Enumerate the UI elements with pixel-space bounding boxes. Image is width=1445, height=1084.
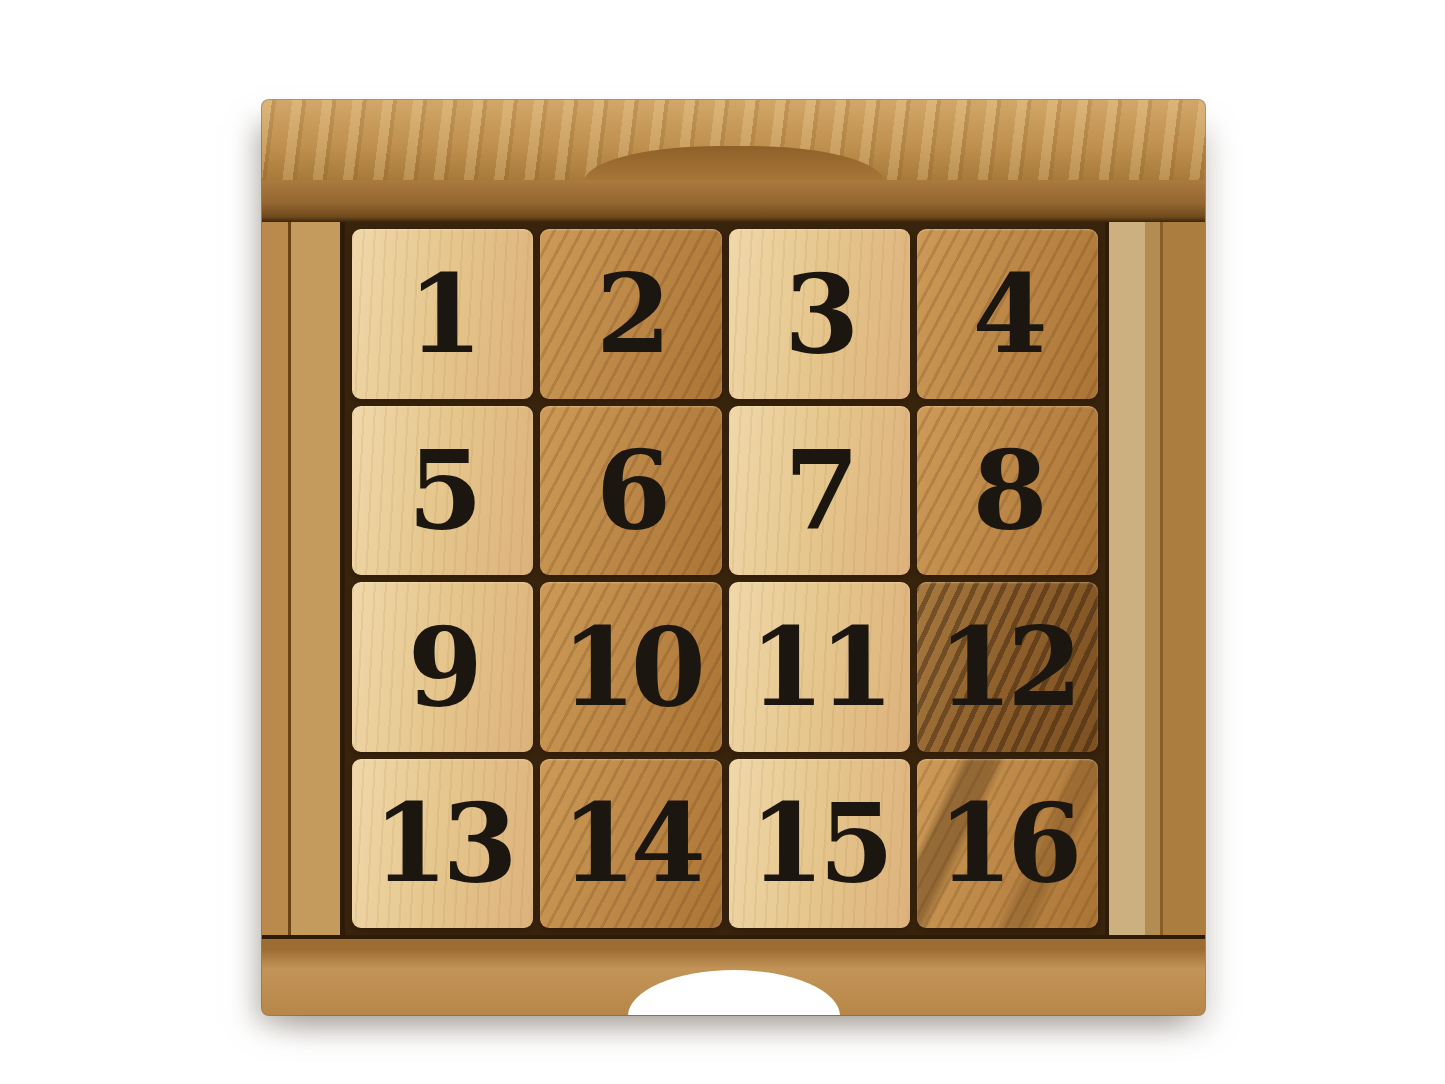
tile-6-label: 6 bbox=[596, 436, 666, 544]
tile-3[interactable]: 3 bbox=[729, 229, 910, 399]
tile-16[interactable]: 16 bbox=[917, 759, 1098, 929]
tile-1-label: 1 bbox=[408, 260, 478, 368]
tile-10-label: 10 bbox=[561, 613, 701, 721]
photo-background: 12345678910111213141516 bbox=[0, 0, 1445, 1084]
tile-7-label: 7 bbox=[784, 436, 854, 544]
lid-finger-notch-top bbox=[584, 146, 884, 182]
tile-16-label: 16 bbox=[938, 789, 1078, 897]
tile-tray: 12345678910111213141516 bbox=[345, 222, 1105, 935]
tile-12[interactable]: 12 bbox=[917, 582, 1098, 752]
tile-2-label: 2 bbox=[596, 260, 666, 368]
tile-8[interactable]: 8 bbox=[917, 406, 1098, 576]
tile-4-label: 4 bbox=[973, 260, 1043, 368]
tile-3-label: 3 bbox=[784, 260, 854, 368]
tile-4[interactable]: 4 bbox=[917, 229, 1098, 399]
frame-right-rail bbox=[1105, 222, 1205, 935]
tile-1[interactable]: 1 bbox=[352, 229, 533, 399]
lid-finger-notch-bottom bbox=[628, 970, 840, 1015]
tile-14-label: 14 bbox=[561, 789, 701, 897]
tile-11[interactable]: 11 bbox=[729, 582, 910, 752]
box-top-face bbox=[262, 100, 1205, 180]
tile-5[interactable]: 5 bbox=[352, 406, 533, 576]
frame-bottom-rail bbox=[262, 935, 1205, 1015]
tile-15-label: 15 bbox=[749, 789, 889, 897]
tile-13[interactable]: 13 bbox=[352, 759, 533, 929]
tile-13-label: 13 bbox=[373, 789, 513, 897]
tile-15[interactable]: 15 bbox=[729, 759, 910, 929]
tile-9-label: 9 bbox=[408, 613, 478, 721]
frame-left-rail bbox=[262, 222, 345, 935]
tile-8-label: 8 bbox=[973, 436, 1043, 544]
tile-10[interactable]: 10 bbox=[540, 582, 721, 752]
tile-2[interactable]: 2 bbox=[540, 229, 721, 399]
tile-9[interactable]: 9 bbox=[352, 582, 533, 752]
tile-5-label: 5 bbox=[408, 436, 478, 544]
tile-11-label: 11 bbox=[749, 613, 889, 721]
frame-top-rail bbox=[262, 180, 1205, 222]
board-grid: 12345678910111213141516 bbox=[352, 229, 1098, 928]
tile-7[interactable]: 7 bbox=[729, 406, 910, 576]
tile-14[interactable]: 14 bbox=[540, 759, 721, 929]
tile-6[interactable]: 6 bbox=[540, 406, 721, 576]
tile-12-label: 12 bbox=[938, 613, 1078, 721]
puzzle-box: 12345678910111213141516 bbox=[262, 100, 1205, 1015]
